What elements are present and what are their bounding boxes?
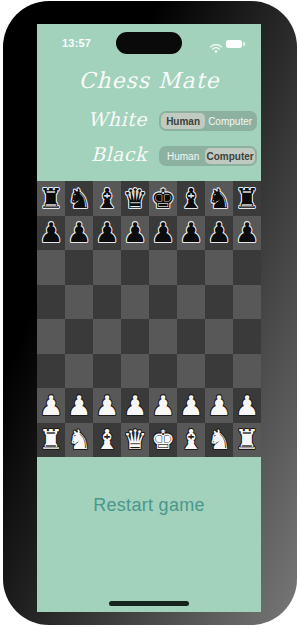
black-pawn: ♟ (37, 216, 65, 251)
app-screen: 13:57 Chess Mate White Human Computer (37, 24, 261, 612)
square-h3[interactable] (233, 354, 261, 389)
black-player-type-toggle: Human Computer (159, 146, 257, 166)
white-knight: ♞ (205, 423, 233, 458)
square-g5[interactable] (205, 285, 233, 320)
square-e1[interactable]: ♚ (149, 423, 177, 458)
square-e5[interactable] (149, 285, 177, 320)
square-h5[interactable] (233, 285, 261, 320)
square-f2[interactable]: ♟ (177, 388, 205, 423)
square-b5[interactable] (65, 285, 93, 320)
black-king: ♚ (149, 181, 177, 216)
black-bishop: ♝ (177, 181, 205, 216)
square-e8[interactable]: ♚ (149, 181, 177, 216)
chess-board: ♜♞♝♛♚♝♞♜♟♟♟♟♟♟♟♟♟♟♟♟♟♟♟♟♜♞♝♛♚♝♞♜ (37, 181, 261, 457)
black-queen: ♛ (121, 181, 149, 216)
status-time: 13:57 (62, 37, 91, 49)
square-h8[interactable]: ♜ (233, 181, 261, 216)
square-b6[interactable] (65, 250, 93, 285)
black-bishop: ♝ (93, 181, 121, 216)
square-g2[interactable]: ♟ (205, 388, 233, 423)
square-g7[interactable]: ♟ (205, 216, 233, 251)
black-pawn: ♟ (121, 216, 149, 251)
square-h6[interactable] (233, 250, 261, 285)
black-pawn: ♟ (65, 216, 93, 251)
black-pawn: ♟ (93, 216, 121, 251)
square-c7[interactable]: ♟ (93, 216, 121, 251)
square-e6[interactable] (149, 250, 177, 285)
square-a4[interactable] (37, 319, 65, 354)
restart-game-button[interactable]: Restart game (37, 494, 261, 517)
square-f5[interactable] (177, 285, 205, 320)
square-a8[interactable]: ♜ (37, 181, 65, 216)
square-c1[interactable]: ♝ (93, 423, 121, 458)
square-g6[interactable] (205, 250, 233, 285)
square-a2[interactable]: ♟ (37, 388, 65, 423)
white-knight: ♞ (65, 423, 93, 458)
square-e3[interactable] (149, 354, 177, 389)
white-rook: ♜ (37, 423, 65, 458)
square-d7[interactable]: ♟ (121, 216, 149, 251)
square-c8[interactable]: ♝ (93, 181, 121, 216)
square-d3[interactable] (121, 354, 149, 389)
home-indicator[interactable] (109, 601, 189, 606)
white-pawn: ♟ (177, 388, 205, 423)
black-knight: ♞ (205, 181, 233, 216)
phone-frame: 13:57 Chess Mate White Human Computer (3, 1, 297, 625)
white-pawn: ♟ (93, 388, 121, 423)
square-f3[interactable] (177, 354, 205, 389)
square-c6[interactable] (93, 250, 121, 285)
square-b7[interactable]: ♟ (65, 216, 93, 251)
square-f7[interactable]: ♟ (177, 216, 205, 251)
white-pawn: ♟ (205, 388, 233, 423)
square-g3[interactable] (205, 354, 233, 389)
black-computer-option[interactable]: Computer (205, 148, 255, 164)
square-d2[interactable]: ♟ (121, 388, 149, 423)
square-g4[interactable] (205, 319, 233, 354)
white-computer-option[interactable]: Computer (205, 113, 255, 129)
black-rook: ♜ (37, 181, 65, 216)
square-g1[interactable]: ♞ (205, 423, 233, 458)
black-player-row: Black Human Computer (37, 143, 261, 165)
square-b3[interactable] (65, 354, 93, 389)
square-c5[interactable] (93, 285, 121, 320)
square-h2[interactable]: ♟ (233, 388, 261, 423)
white-pawn: ♟ (149, 388, 177, 423)
square-e7[interactable]: ♟ (149, 216, 177, 251)
square-f1[interactable]: ♝ (177, 423, 205, 458)
white-pawn: ♟ (65, 388, 93, 423)
white-king: ♚ (149, 423, 177, 458)
square-d8[interactable]: ♛ (121, 181, 149, 216)
square-e4[interactable] (149, 319, 177, 354)
square-f6[interactable] (177, 250, 205, 285)
white-bishop: ♝ (93, 423, 121, 458)
square-b1[interactable]: ♞ (65, 423, 93, 458)
square-a1[interactable]: ♜ (37, 423, 65, 458)
page-title: Chess Mate (37, 68, 261, 93)
wifi-icon (210, 39, 222, 48)
square-d4[interactable] (121, 319, 149, 354)
white-label: White (88, 108, 147, 130)
black-pawn: ♟ (233, 216, 261, 251)
white-human-option[interactable]: Human (161, 113, 205, 129)
square-f8[interactable]: ♝ (177, 181, 205, 216)
dynamic-island (116, 32, 182, 54)
square-e2[interactable]: ♟ (149, 388, 177, 423)
battery-icon (226, 40, 242, 48)
white-pawn: ♟ (121, 388, 149, 423)
black-pawn: ♟ (177, 216, 205, 251)
white-pawn: ♟ (233, 388, 261, 423)
square-a3[interactable] (37, 354, 65, 389)
black-pawn: ♟ (149, 216, 177, 251)
square-c2[interactable]: ♟ (93, 388, 121, 423)
square-c3[interactable] (93, 354, 121, 389)
black-label: Black (91, 143, 147, 165)
white-pawn: ♟ (37, 388, 65, 423)
black-rook: ♜ (233, 181, 261, 216)
white-player-row: White Human Computer (37, 108, 261, 130)
square-h7[interactable]: ♟ (233, 216, 261, 251)
black-pawn: ♟ (205, 216, 233, 251)
square-h1[interactable]: ♜ (233, 423, 261, 458)
square-d6[interactable] (121, 250, 149, 285)
square-d5[interactable] (121, 285, 149, 320)
square-b2[interactable]: ♟ (65, 388, 93, 423)
black-knight: ♞ (65, 181, 93, 216)
square-c4[interactable] (93, 319, 121, 354)
square-d1[interactable]: ♛ (121, 423, 149, 458)
square-a5[interactable] (37, 285, 65, 320)
black-human-option[interactable]: Human (161, 148, 205, 164)
white-bishop: ♝ (177, 423, 205, 458)
square-h4[interactable] (233, 319, 261, 354)
square-a6[interactable] (37, 250, 65, 285)
square-f4[interactable] (177, 319, 205, 354)
square-b4[interactable] (65, 319, 93, 354)
white-player-type-toggle: Human Computer (159, 111, 257, 131)
screenshot-stage: 13:57 Chess Mate White Human Computer (0, 0, 300, 628)
white-rook: ♜ (233, 423, 261, 458)
square-g8[interactable]: ♞ (205, 181, 233, 216)
white-queen: ♛ (121, 423, 149, 458)
square-b8[interactable]: ♞ (65, 181, 93, 216)
square-a7[interactable]: ♟ (37, 216, 65, 251)
